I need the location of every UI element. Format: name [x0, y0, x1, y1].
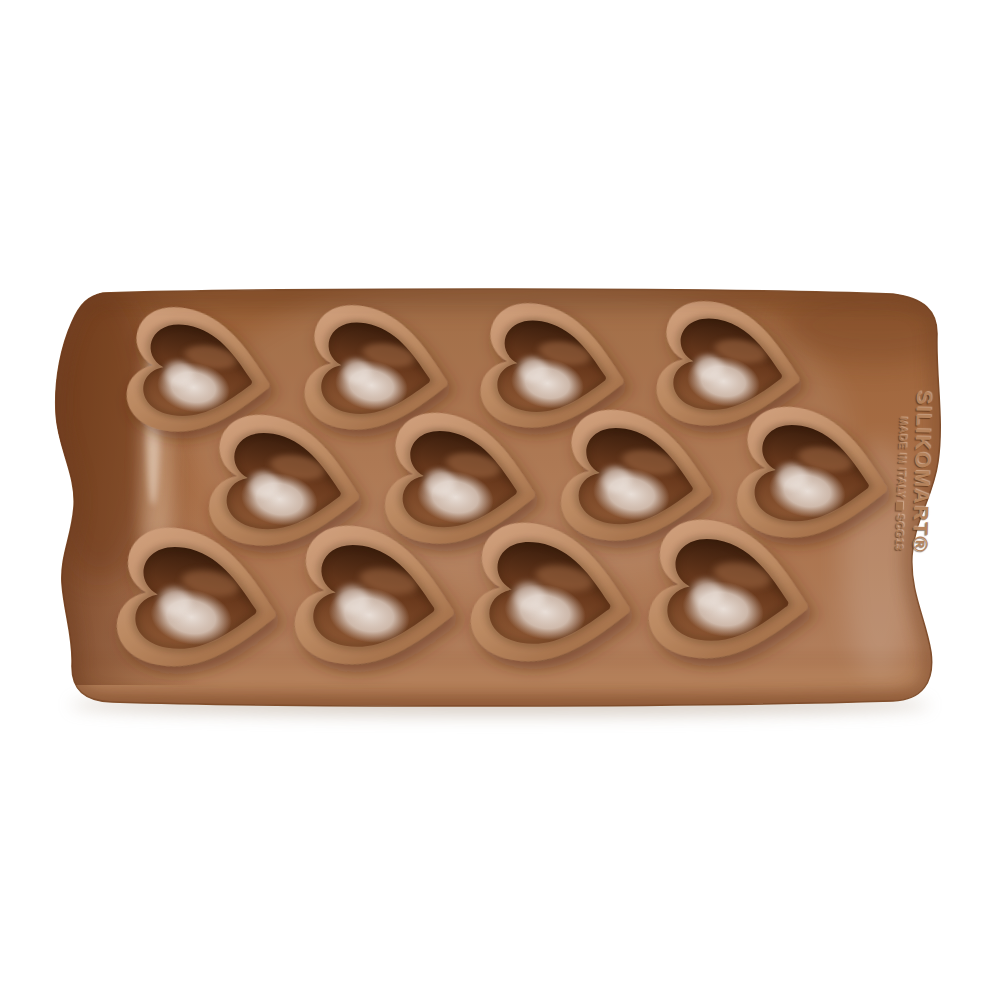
chocolate-mold-photo — [0, 0, 1000, 1000]
product-photo: SILIKOMART® MADE IN ITALYSCG13 — [0, 0, 1000, 1000]
cavity-grid — [111, 295, 899, 684]
product-code-text: SCG13 — [893, 514, 906, 551]
silikomart-logo-icon — [896, 502, 903, 511]
embossed-brand-text: SILIKOMART® — [908, 390, 936, 553]
